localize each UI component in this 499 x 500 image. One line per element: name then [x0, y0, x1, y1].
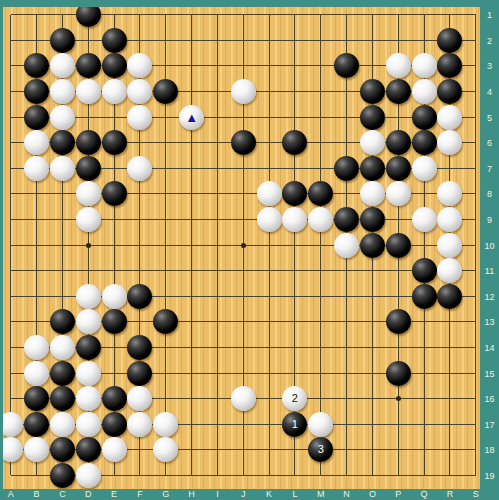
white-stone[interactable]: [386, 181, 411, 206]
black-stone[interactable]: [24, 79, 49, 104]
white-stone[interactable]: [76, 181, 101, 206]
row-label: 4: [480, 87, 499, 97]
black-stone[interactable]: [50, 28, 75, 53]
column-label: O: [364, 489, 380, 499]
row-label: 18: [480, 445, 499, 455]
white-stone[interactable]: [50, 412, 75, 437]
white-stone[interactable]: [437, 105, 462, 130]
black-stone[interactable]: [102, 412, 127, 437]
white-stone[interactable]: [76, 309, 101, 334]
black-stone[interactable]: [76, 437, 101, 462]
row-label: 10: [480, 241, 499, 251]
white-stone[interactable]: [360, 130, 385, 155]
black-stone[interactable]: [76, 130, 101, 155]
white-stone[interactable]: [102, 79, 127, 104]
white-stone[interactable]: [308, 412, 333, 437]
black-stone[interactable]: [386, 79, 411, 104]
column-label: Q: [416, 489, 432, 499]
black-stone[interactable]: [360, 156, 385, 181]
black-stone[interactable]: [76, 156, 101, 181]
black-stone[interactable]: [282, 412, 307, 437]
black-stone[interactable]: [386, 233, 411, 258]
white-stone[interactable]: [412, 79, 437, 104]
row-label: 8: [480, 189, 499, 199]
column-label: G: [158, 489, 174, 499]
row-label: 5: [480, 113, 499, 123]
black-stone[interactable]: [386, 130, 411, 155]
black-stone[interactable]: [386, 156, 411, 181]
black-stone[interactable]: [102, 309, 127, 334]
row-label: 7: [480, 164, 499, 174]
white-stone[interactable]: [102, 437, 127, 462]
row-label: 12: [480, 292, 499, 302]
black-stone[interactable]: [76, 335, 101, 360]
column-label: E: [106, 489, 122, 499]
white-stone[interactable]: [412, 207, 437, 232]
white-stone[interactable]: [50, 105, 75, 130]
white-stone[interactable]: [102, 284, 127, 309]
white-stone[interactable]: [76, 412, 101, 437]
column-label: B: [29, 489, 45, 499]
black-stone[interactable]: [102, 181, 127, 206]
white-stone[interactable]: [231, 386, 256, 411]
star-point: [396, 396, 401, 401]
black-stone[interactable]: [334, 156, 359, 181]
white-stone[interactable]: [76, 284, 101, 309]
white-stone[interactable]: [24, 361, 49, 386]
white-stone[interactable]: [76, 463, 101, 488]
white-stone[interactable]: [308, 207, 333, 232]
black-stone[interactable]: [50, 361, 75, 386]
black-stone[interactable]: [50, 130, 75, 155]
white-stone[interactable]: [127, 412, 152, 437]
black-stone[interactable]: [334, 207, 359, 232]
white-stone[interactable]: [50, 156, 75, 181]
white-stone[interactable]: [334, 233, 359, 258]
row-label: 19: [480, 471, 499, 481]
frame-left: [0, 0, 3, 500]
column-label: N: [339, 489, 355, 499]
star-point: [241, 243, 246, 248]
black-stone[interactable]: [360, 207, 385, 232]
row-label: 13: [480, 317, 499, 327]
white-stone[interactable]: [127, 105, 152, 130]
white-stone[interactable]: [257, 207, 282, 232]
white-stone[interactable]: [24, 156, 49, 181]
black-stone[interactable]: [24, 412, 49, 437]
column-label: R: [442, 489, 458, 499]
white-stone[interactable]: [76, 361, 101, 386]
black-stone[interactable]: [127, 284, 152, 309]
black-stone[interactable]: [386, 309, 411, 334]
row-label: 9: [480, 215, 499, 225]
grid-vline: [320, 15, 321, 476]
black-stone[interactable]: [50, 386, 75, 411]
white-stone[interactable]: [76, 207, 101, 232]
white-stone[interactable]: [76, 386, 101, 411]
column-label: I: [209, 489, 225, 499]
column-label: D: [80, 489, 96, 499]
black-stone[interactable]: [412, 284, 437, 309]
white-stone[interactable]: [231, 79, 256, 104]
column-label: S: [468, 489, 484, 499]
black-stone[interactable]: [102, 28, 127, 53]
black-stone[interactable]: [360, 233, 385, 258]
black-stone[interactable]: [360, 79, 385, 104]
row-label: 15: [480, 369, 499, 379]
white-stone[interactable]: [76, 79, 101, 104]
white-stone[interactable]: [50, 335, 75, 360]
go-board-app: ▲213 12345678910111213141516171819ABCDEF…: [0, 0, 499, 500]
black-stone[interactable]: [76, 53, 101, 78]
black-stone[interactable]: [153, 79, 178, 104]
black-stone[interactable]: [24, 105, 49, 130]
grid-hline: [11, 270, 476, 271]
grid-vline: [475, 15, 476, 476]
column-label: P: [390, 489, 406, 499]
white-stone[interactable]: [257, 181, 282, 206]
black-stone[interactable]: [412, 130, 437, 155]
white-stone[interactable]: [24, 335, 49, 360]
black-stone[interactable]: [102, 130, 127, 155]
row-label: 17: [480, 420, 499, 430]
black-stone[interactable]: [231, 130, 256, 155]
white-stone[interactable]: [179, 105, 204, 130]
white-stone[interactable]: [437, 233, 462, 258]
white-stone[interactable]: [412, 156, 437, 181]
black-stone[interactable]: [412, 105, 437, 130]
white-stone[interactable]: [386, 53, 411, 78]
black-stone[interactable]: [437, 284, 462, 309]
black-stone[interactable]: [360, 105, 385, 130]
row-label: 2: [480, 36, 499, 46]
column-label: J: [235, 489, 251, 499]
black-stone[interactable]: [127, 361, 152, 386]
row-label: 3: [480, 61, 499, 71]
black-stone[interactable]: [386, 361, 411, 386]
row-label: 6: [480, 138, 499, 148]
column-label: A: [3, 489, 19, 499]
frame-top: [0, 0, 499, 7]
black-stone[interactable]: [102, 386, 127, 411]
column-label: M: [313, 489, 329, 499]
row-label: 16: [480, 394, 499, 404]
row-label: 14: [480, 343, 499, 353]
column-label: L: [287, 489, 303, 499]
column-label: C: [54, 489, 70, 499]
white-stone[interactable]: [127, 156, 152, 181]
white-stone[interactable]: [153, 412, 178, 437]
row-label: 1: [480, 10, 499, 20]
black-stone[interactable]: [50, 463, 75, 488]
column-label: K: [261, 489, 277, 499]
column-label: H: [184, 489, 200, 499]
black-stone[interactable]: [437, 28, 462, 53]
black-stone[interactable]: [412, 258, 437, 283]
row-label: 11: [480, 266, 499, 276]
grid-vline: [269, 15, 270, 476]
white-stone[interactable]: [412, 53, 437, 78]
star-point: [86, 243, 91, 248]
column-label: F: [132, 489, 148, 499]
black-stone[interactable]: [102, 53, 127, 78]
white-stone[interactable]: [50, 79, 75, 104]
